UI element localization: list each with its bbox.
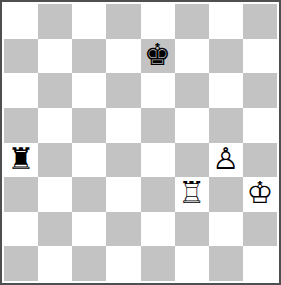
square-h4[interactable] (243, 143, 277, 178)
square-a5[interactable] (4, 108, 38, 143)
white-rook-piece[interactable]: ♖ (178, 178, 205, 208)
square-b3[interactable] (38, 177, 72, 212)
square-g8[interactable] (209, 4, 243, 39)
square-d3[interactable] (106, 177, 140, 212)
square-a6[interactable] (4, 73, 38, 108)
square-h8[interactable] (243, 4, 277, 39)
square-h6[interactable] (243, 73, 277, 108)
square-c7[interactable] (72, 39, 106, 74)
square-d5[interactable] (106, 108, 140, 143)
square-g7[interactable] (209, 39, 243, 74)
square-b4[interactable] (38, 143, 72, 178)
square-g6[interactable] (209, 73, 243, 108)
square-c2[interactable] (72, 212, 106, 247)
square-d4[interactable] (106, 143, 140, 178)
square-f3[interactable]: ♖ (175, 177, 209, 212)
square-e2[interactable] (141, 212, 175, 247)
black-king-piece[interactable]: ♚ (144, 40, 171, 70)
square-b7[interactable] (38, 39, 72, 74)
square-f1[interactable] (175, 246, 209, 281)
square-a8[interactable] (4, 4, 38, 39)
square-a1[interactable] (4, 246, 38, 281)
square-g1[interactable] (209, 246, 243, 281)
square-g3[interactable] (209, 177, 243, 212)
square-h1[interactable] (243, 246, 277, 281)
square-h2[interactable] (243, 212, 277, 247)
square-c5[interactable] (72, 108, 106, 143)
square-c8[interactable] (72, 4, 106, 39)
square-e7[interactable]: ♚ (141, 39, 175, 74)
square-f8[interactable] (175, 4, 209, 39)
square-e8[interactable] (141, 4, 175, 39)
square-h3[interactable]: ♔ (243, 177, 277, 212)
square-h7[interactable] (243, 39, 277, 74)
square-f5[interactable] (175, 108, 209, 143)
black-rook-piece[interactable]: ♜ (8, 144, 35, 174)
square-f6[interactable] (175, 73, 209, 108)
square-f7[interactable] (175, 39, 209, 74)
square-b8[interactable] (38, 4, 72, 39)
square-b6[interactable] (38, 73, 72, 108)
square-a4[interactable]: ♜ (4, 143, 38, 178)
square-d8[interactable] (106, 4, 140, 39)
square-b2[interactable] (38, 212, 72, 247)
chess-board: ♚♜♙♖♔ (4, 4, 277, 281)
square-h5[interactable] (243, 108, 277, 143)
square-g4[interactable]: ♙ (209, 143, 243, 178)
square-b1[interactable] (38, 246, 72, 281)
square-e4[interactable] (141, 143, 175, 178)
square-c4[interactable] (72, 143, 106, 178)
square-f4[interactable] (175, 143, 209, 178)
chess-board-frame: ♚♜♙♖♔ (0, 0, 281, 285)
square-f2[interactable] (175, 212, 209, 247)
square-a3[interactable] (4, 177, 38, 212)
square-c6[interactable] (72, 73, 106, 108)
square-e6[interactable] (141, 73, 175, 108)
square-c3[interactable] (72, 177, 106, 212)
square-d1[interactable] (106, 246, 140, 281)
white-king-piece[interactable]: ♔ (246, 178, 273, 208)
square-d7[interactable] (106, 39, 140, 74)
square-b5[interactable] (38, 108, 72, 143)
square-g2[interactable] (209, 212, 243, 247)
square-a7[interactable] (4, 39, 38, 74)
square-c1[interactable] (72, 246, 106, 281)
square-d6[interactable] (106, 73, 140, 108)
square-g5[interactable] (209, 108, 243, 143)
square-a2[interactable] (4, 212, 38, 247)
white-pawn-piece[interactable]: ♙ (212, 144, 239, 174)
square-e1[interactable] (141, 246, 175, 281)
square-e5[interactable] (141, 108, 175, 143)
square-d2[interactable] (106, 212, 140, 247)
square-e3[interactable] (141, 177, 175, 212)
